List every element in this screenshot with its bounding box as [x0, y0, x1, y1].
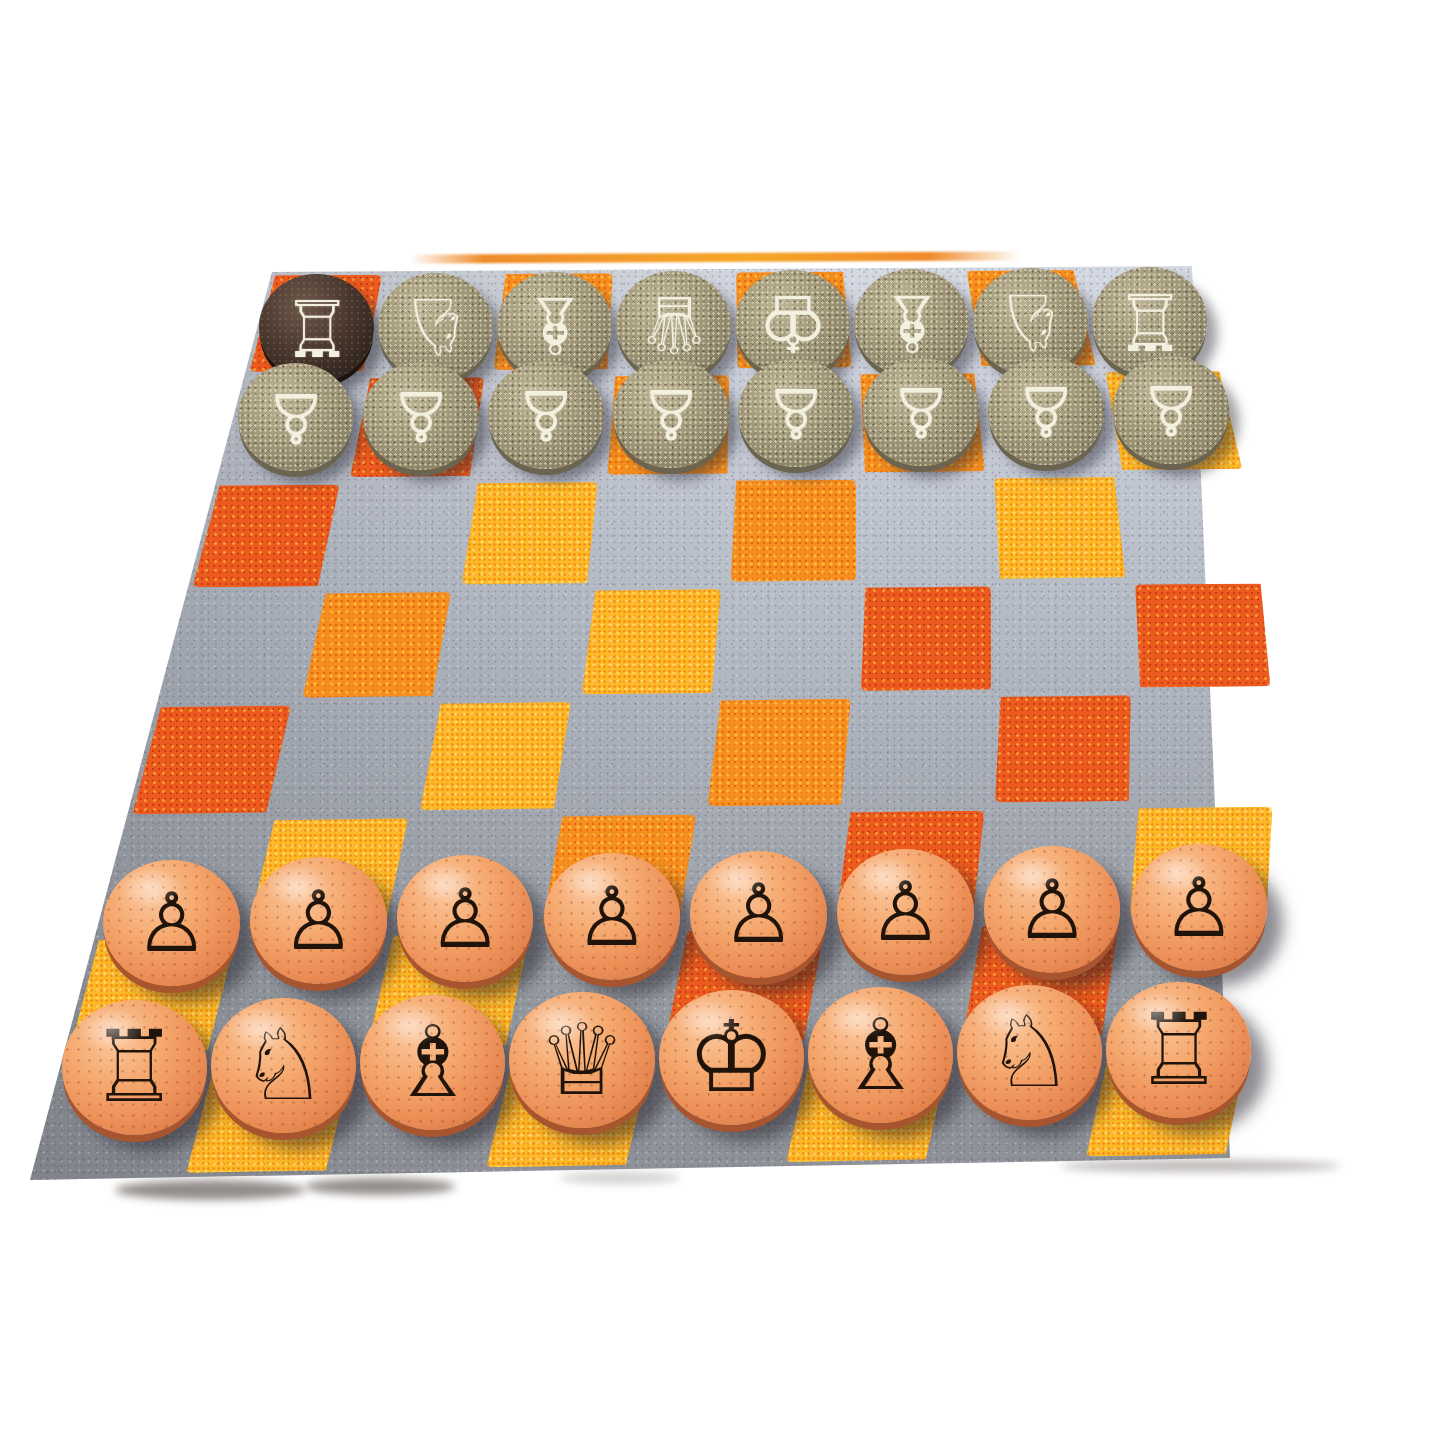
piece-black-pawn-b2[interactable]: ♙ — [250, 857, 386, 984]
board-contact-shadow — [1060, 1160, 1340, 1172]
square-g6[interactable] — [994, 477, 1125, 578]
piece-white-pawn-c7[interactable]: ♙ — [488, 361, 604, 469]
rook-glyph: ♖ — [1135, 1001, 1224, 1100]
piece-black-king-e1[interactable]: ♔ — [659, 990, 804, 1125]
spray-paint — [994, 477, 1125, 578]
spray-paint — [303, 592, 451, 697]
piece-black-pawn-d2[interactable]: ♙ — [544, 853, 680, 980]
piece-white-pawn-h7[interactable]: ♙ — [1113, 356, 1229, 464]
pawn-glyph: ♙ — [1015, 869, 1088, 951]
pawn-glyph: ♙ — [515, 380, 577, 449]
square-b5[interactable] — [303, 592, 451, 697]
pawn-glyph: ♙ — [640, 379, 702, 448]
king-glyph: ♔ — [758, 284, 828, 362]
rook-glyph: ♖ — [282, 288, 352, 366]
spray-paint — [462, 482, 598, 584]
piece-white-pawn-e7[interactable]: ♙ — [738, 359, 854, 467]
square-h5[interactable] — [1135, 584, 1270, 688]
square-g4[interactable] — [995, 695, 1131, 802]
board-contact-shadow — [115, 1180, 305, 1200]
piece-black-queen-d1[interactable]: ♕ — [509, 992, 654, 1127]
bishop-glyph: ♗ — [836, 1006, 925, 1105]
pawn-glyph: ♙ — [282, 880, 355, 962]
spray-paint — [708, 699, 851, 807]
knight-glyph: ♘ — [996, 283, 1066, 361]
knight-glyph: ♘ — [985, 1003, 1074, 1102]
board-contact-shadow — [305, 1178, 455, 1195]
board-contact-shadow — [560, 1172, 680, 1184]
square-f5[interactable] — [861, 586, 991, 690]
pawn-glyph: ♙ — [265, 383, 327, 452]
piece-black-pawn-h2[interactable]: ♙ — [1131, 844, 1267, 971]
pawn-glyph: ♙ — [890, 377, 952, 446]
piece-black-pawn-g2[interactable]: ♙ — [984, 846, 1120, 973]
bishop-glyph: ♗ — [877, 284, 947, 362]
piece-black-pawn-c2[interactable]: ♙ — [397, 855, 533, 982]
square-c6[interactable] — [462, 482, 598, 584]
piece-white-pawn-g7[interactable]: ♙ — [988, 357, 1104, 465]
piece-black-bishop-f1[interactable]: ♗ — [808, 987, 953, 1122]
piece-black-knight-g1[interactable]: ♘ — [957, 985, 1102, 1120]
piece-white-pawn-a7[interactable]: ♙ — [238, 363, 354, 471]
piece-black-bishop-c1[interactable]: ♗ — [360, 995, 505, 1130]
rook-glyph: ♖ — [1115, 282, 1185, 360]
rook-glyph: ♖ — [90, 1018, 179, 1117]
piece-white-pawn-b7[interactable]: ♙ — [363, 362, 479, 470]
piece-white-rook-a8[interactable]: ♖ — [259, 274, 374, 381]
queen-glyph: ♕ — [538, 1011, 627, 1110]
pawn-glyph: ♙ — [1015, 376, 1077, 445]
piece-black-knight-b1[interactable]: ♘ — [211, 998, 356, 1133]
knight-glyph: ♘ — [401, 287, 471, 365]
pawn-glyph: ♙ — [428, 878, 501, 960]
pawn-glyph: ♙ — [765, 378, 827, 447]
bishop-glyph: ♗ — [520, 286, 590, 364]
spray-paint — [582, 589, 721, 694]
photo-stage: ♖♘♗♕♔♗♘♖♙♙♙♙♙♙♙♙♙♙♙♙♙♙♙♙♖♘♗♕♔♗♘♖ — [0, 0, 1445, 1445]
square-e4[interactable] — [708, 699, 851, 807]
bishop-glyph: ♗ — [388, 1013, 477, 1112]
spray-paint — [1135, 584, 1270, 688]
pawn-glyph: ♙ — [1162, 867, 1235, 949]
piece-black-pawn-a2[interactable]: ♙ — [103, 860, 239, 987]
spray-paint — [995, 695, 1131, 802]
pawn-glyph: ♙ — [575, 876, 648, 958]
pawn-glyph: ♙ — [135, 882, 208, 964]
pawn-glyph: ♙ — [390, 381, 452, 450]
board-top-edge-paint — [410, 251, 1020, 263]
piece-black-rook-a1[interactable]: ♖ — [62, 1000, 207, 1135]
pawn-glyph: ♙ — [722, 873, 795, 955]
piece-black-pawn-e2[interactable]: ♙ — [690, 851, 826, 978]
square-d5[interactable] — [582, 589, 721, 694]
pawn-glyph: ♙ — [1140, 375, 1202, 444]
spray-paint — [861, 586, 991, 690]
pawn-glyph: ♙ — [869, 871, 942, 953]
square-c4[interactable] — [420, 702, 571, 810]
piece-black-rook-h1[interactable]: ♖ — [1106, 982, 1251, 1117]
piece-white-pawn-d7[interactable]: ♙ — [613, 360, 729, 468]
piece-white-pawn-f7[interactable]: ♙ — [863, 358, 979, 466]
king-glyph: ♔ — [687, 1008, 776, 1107]
spray-paint — [731, 480, 856, 582]
knight-glyph: ♘ — [239, 1016, 328, 1115]
queen-glyph: ♕ — [639, 285, 709, 363]
square-e6[interactable] — [731, 480, 856, 582]
piece-black-pawn-f2[interactable]: ♙ — [837, 849, 973, 976]
spray-paint — [420, 702, 571, 810]
